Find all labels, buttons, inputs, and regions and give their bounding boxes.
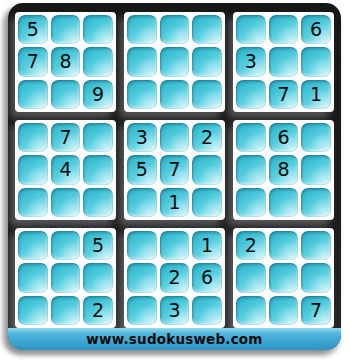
cell-r8c7[interactable] [236,263,266,292]
sudoku-block-2-3: 68 [233,120,334,220]
cell-r3c9[interactable]: 1 [301,80,331,109]
cell-r2c9[interactable] [301,47,331,76]
cell-r5c1[interactable] [18,155,48,184]
sudoku-board: 5789637174325716852126327 www.sudokusweb… [8,3,341,350]
cell-r1c4[interactable] [127,15,157,44]
cell-r6c6[interactable] [192,188,222,217]
cell-r5c5[interactable]: 7 [160,155,190,184]
cell-r9c3[interactable]: 2 [83,296,113,325]
sudoku-block-1-1: 5789 [15,12,116,112]
cell-r5c9[interactable] [301,155,331,184]
cell-r4c7[interactable] [236,123,266,152]
cell-r6c7[interactable] [236,188,266,217]
cell-r1c3[interactable] [83,15,113,44]
cell-r3c4[interactable] [127,80,157,109]
cell-r1c9[interactable]: 6 [301,15,331,44]
cell-r9c2[interactable] [51,296,81,325]
cell-r6c2[interactable] [51,188,81,217]
cell-r3c5[interactable] [160,80,190,109]
sudoku-block-3-2: 1263 [124,228,225,328]
cell-r3c1[interactable] [18,80,48,109]
cell-r7c6[interactable]: 1 [192,231,222,260]
cell-r7c3[interactable]: 5 [83,231,113,260]
sudoku-grid: 5789637174325716852126327 [15,12,334,328]
cell-r2c6[interactable] [192,47,222,76]
cell-r1c2[interactable] [51,15,81,44]
cell-r7c7[interactable]: 2 [236,231,266,260]
cell-r5c7[interactable] [236,155,266,184]
cell-r1c1[interactable]: 5 [18,15,48,44]
cell-r2c3[interactable] [83,47,113,76]
sudoku-block-1-3: 6371 [233,12,334,112]
cell-r5c3[interactable] [83,155,113,184]
cell-r5c6[interactable] [192,155,222,184]
cell-r8c1[interactable] [18,263,48,292]
cell-r2c7[interactable]: 3 [236,47,266,76]
cell-r9c8[interactable] [269,296,299,325]
sudoku-block-2-2: 32571 [124,120,225,220]
cell-r6c9[interactable] [301,188,331,217]
cell-r4c6[interactable]: 2 [192,123,222,152]
cell-r2c8[interactable] [269,47,299,76]
cell-r8c2[interactable] [51,263,81,292]
cell-r9c1[interactable] [18,296,48,325]
sudoku-block-1-2 [124,12,225,112]
cell-r9c9[interactable]: 7 [301,296,331,325]
cell-r7c4[interactable] [127,231,157,260]
sudoku-block-3-1: 52 [15,228,116,328]
cell-r5c4[interactable]: 5 [127,155,157,184]
cell-r6c8[interactable] [269,188,299,217]
cell-r9c6[interactable] [192,296,222,325]
cell-r3c6[interactable] [192,80,222,109]
cell-r4c8[interactable]: 6 [269,123,299,152]
cell-r9c7[interactable] [236,296,266,325]
cell-r4c4[interactable]: 3 [127,123,157,152]
cell-r8c8[interactable] [269,263,299,292]
cell-r2c1[interactable]: 7 [18,47,48,76]
cell-r7c2[interactable] [51,231,81,260]
cell-r1c7[interactable] [236,15,266,44]
cell-r4c3[interactable] [83,123,113,152]
cell-r8c4[interactable] [127,263,157,292]
cell-r6c3[interactable] [83,188,113,217]
cell-r4c9[interactable] [301,123,331,152]
cell-r2c5[interactable] [160,47,190,76]
cell-r2c2[interactable]: 8 [51,47,81,76]
cell-r9c4[interactable] [127,296,157,325]
cell-r5c8[interactable]: 8 [269,155,299,184]
cell-r4c1[interactable] [18,123,48,152]
cell-r6c5[interactable]: 1 [160,188,190,217]
cell-r4c5[interactable] [160,123,190,152]
cell-r7c9[interactable] [301,231,331,260]
cell-r5c2[interactable]: 4 [51,155,81,184]
cell-r7c8[interactable] [269,231,299,260]
cell-r1c5[interactable] [160,15,190,44]
cell-r9c5[interactable]: 3 [160,296,190,325]
cell-r3c3[interactable]: 9 [83,80,113,109]
cell-r4c2[interactable]: 7 [51,123,81,152]
cell-r1c8[interactable] [269,15,299,44]
cell-r3c2[interactable] [51,80,81,109]
footer-bar: www.sudokusweb.com [8,328,341,350]
cell-r6c4[interactable] [127,188,157,217]
cell-r7c5[interactable] [160,231,190,260]
cell-r3c7[interactable] [236,80,266,109]
cell-r8c9[interactable] [301,263,331,292]
cell-r6c1[interactable] [18,188,48,217]
site-url: www.sudokusweb.com [86,331,262,347]
cell-r8c5[interactable]: 2 [160,263,190,292]
cell-r8c6[interactable]: 6 [192,263,222,292]
cell-r8c3[interactable] [83,263,113,292]
cell-r7c1[interactable] [18,231,48,260]
sudoku-block-2-1: 74 [15,120,116,220]
cell-r2c4[interactable] [127,47,157,76]
cell-r1c6[interactable] [192,15,222,44]
sudoku-block-3-3: 27 [233,228,334,328]
cell-r3c8[interactable]: 7 [269,80,299,109]
